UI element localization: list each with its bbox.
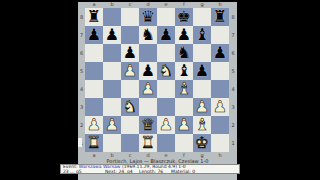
black-bishop-f5: ♝ [177, 62, 191, 80]
square-a8: ♜ [85, 8, 103, 26]
coord-label: 3 [229, 98, 237, 116]
black-pawn-d5: ♟ [141, 62, 155, 80]
material-balance: Material: 0 [171, 170, 195, 174]
square-c2 [121, 116, 139, 134]
square-b1 [103, 134, 121, 152]
square-f3 [175, 98, 193, 116]
black-knight-f6: ♞ [177, 44, 191, 62]
square-g4 [193, 80, 211, 98]
square-e2: ♟ [157, 116, 175, 134]
square-g8 [193, 8, 211, 26]
white-king-g1: ♚ [195, 134, 209, 152]
square-e5: ♞ [157, 62, 175, 80]
square-a7: ♟ [85, 26, 103, 44]
letterbox-left [0, 0, 78, 180]
coord-label: 5 [78, 62, 85, 80]
square-f2: ♟ [175, 116, 193, 134]
square-h2 [211, 116, 229, 134]
square-a6 [85, 44, 103, 62]
square-f4: ♝ [175, 80, 193, 98]
square-a1: ♜ [85, 134, 103, 152]
square-a5 [85, 62, 103, 80]
black-king-f8: ♚ [177, 8, 191, 26]
square-e8 [157, 8, 175, 26]
coord-label: b [103, 1, 121, 8]
coord-label: 8 [78, 8, 85, 26]
square-e4 [157, 80, 175, 98]
square-d5: ♟ [139, 62, 157, 80]
square-c1 [121, 134, 139, 152]
square-e3 [157, 98, 175, 116]
square-g1: ♚ [193, 134, 211, 152]
coord-label: 3 [78, 98, 85, 116]
square-g7: ♝ [193, 26, 211, 44]
coord-label: 7 [229, 26, 237, 44]
square-b6 [103, 44, 121, 62]
square-c6: ♟ [121, 44, 139, 62]
square-c3: ♞ [121, 98, 139, 116]
square-f6: ♞ [175, 44, 193, 62]
white-pawn-a2: ♟ [87, 116, 101, 134]
square-b2: ♟ [103, 116, 121, 134]
square-f7: ♟ [175, 26, 193, 44]
square-b3 [103, 98, 121, 116]
white-pawn-c5: ♟ [123, 62, 137, 80]
square-d1: ♜ [139, 134, 157, 152]
square-c5: ♟ [121, 62, 139, 80]
game-info-bar: Event: Warszawa Warsaw (1969.11.29, Roun… [60, 164, 240, 174]
white-pawn-d4: ♟ [141, 80, 155, 98]
coord-label: 8 [229, 8, 237, 26]
square-h5 [211, 62, 229, 80]
square-g5: ♟ [193, 62, 211, 80]
white-bishop-f4: ♝ [177, 80, 191, 98]
coord-label: 4 [229, 80, 237, 98]
square-e1 [157, 134, 175, 152]
square-h1 [211, 134, 229, 152]
square-b4 [103, 80, 121, 98]
rank-labels-left: 87654321 [78, 8, 85, 152]
coord-label: c [121, 1, 139, 8]
next-move: Next: 24. g4 [105, 170, 139, 174]
black-pawn-h6: ♟ [213, 44, 227, 62]
black-bishop-g7: ♝ [195, 26, 209, 44]
square-b5 [103, 62, 121, 80]
white-rook-d1: ♜ [141, 134, 155, 152]
coord-label: 6 [78, 44, 85, 62]
viewer-panel: abcdefgh 87654321 ♜♛♚♜♟♟♞♟♟♝♟♞♟♟♟♞♝♟♟♝♞♟… [78, 0, 237, 180]
black-rook-a8: ♜ [87, 8, 101, 26]
square-d7: ♞ [139, 26, 157, 44]
square-f8: ♚ [175, 8, 193, 26]
board: ♜♛♚♜♟♟♞♟♟♝♟♞♟♟♟♞♝♟♟♝♞♟♟♟♟♛♟♟♝♜♜♚ [85, 8, 229, 152]
square-h8: ♜ [211, 8, 229, 26]
black-pawn-f7: ♟ [177, 26, 191, 44]
square-a4 [85, 80, 103, 98]
coord-label: 4 [78, 80, 85, 98]
square-d6 [139, 44, 157, 62]
white-pawn-f2: ♟ [177, 116, 191, 134]
coord-label: e [157, 1, 175, 8]
coord-label: 2 [78, 116, 85, 134]
coord-label: 1 [229, 134, 237, 152]
black-rook-h8: ♜ [213, 8, 227, 26]
square-b8 [103, 8, 121, 26]
black-knight-d7: ♞ [141, 26, 155, 44]
coord-label: h [211, 1, 229, 8]
white-pawn-g3: ♟ [195, 98, 209, 116]
square-d3 [139, 98, 157, 116]
status-line: 23 ... g5 Next: 24. g4 Length: 76 Materi… [63, 170, 237, 174]
rank-labels-right: 87654321 [229, 8, 237, 152]
coord-label: a [85, 1, 103, 8]
black-pawn-c6: ♟ [123, 44, 137, 62]
square-f5: ♝ [175, 62, 193, 80]
square-g6 [193, 44, 211, 62]
square-f1 [175, 134, 193, 152]
white-pawn-b2: ♟ [105, 116, 119, 134]
white-pawn-e2: ♟ [159, 116, 173, 134]
square-d4: ♟ [139, 80, 157, 98]
square-d2: ♛ [139, 116, 157, 134]
square-e7: ♟ [157, 26, 175, 44]
black-pawn-b7: ♟ [105, 26, 119, 44]
coord-label: g [193, 1, 211, 8]
edge-notch [78, 138, 82, 147]
coord-label: 7 [78, 26, 85, 44]
square-h7 [211, 26, 229, 44]
coord-label: 2 [229, 116, 237, 134]
square-a2: ♟ [85, 116, 103, 134]
coord-label: 6 [229, 44, 237, 62]
square-g2: ♝ [193, 116, 211, 134]
black-queen-d8: ♛ [141, 8, 155, 26]
last-move: 23 ... g5 [63, 170, 105, 174]
square-h3: ♟ [211, 98, 229, 116]
white-rook-a1: ♜ [87, 134, 101, 152]
square-e6 [157, 44, 175, 62]
coord-label: f [175, 1, 193, 8]
black-pawn-a7: ♟ [87, 26, 101, 44]
square-g3: ♟ [193, 98, 211, 116]
square-c4 [121, 80, 139, 98]
square-c7 [121, 26, 139, 44]
letterbox-right [237, 0, 320, 180]
white-queen-d2: ♛ [141, 116, 155, 134]
white-pawn-h3: ♟ [213, 98, 227, 116]
square-b7: ♟ [103, 26, 121, 44]
file-labels-top: abcdefgh [85, 1, 229, 8]
white-bishop-g2: ♝ [195, 116, 209, 134]
black-pawn-g5: ♟ [195, 62, 209, 80]
square-c8 [121, 8, 139, 26]
square-h6: ♟ [211, 44, 229, 62]
white-knight-e5: ♞ [159, 62, 173, 80]
white-knight-c3: ♞ [123, 98, 137, 116]
square-a3 [85, 98, 103, 116]
square-d8: ♛ [139, 8, 157, 26]
coord-label: 5 [229, 62, 237, 80]
black-pawn-e7: ♟ [159, 26, 173, 44]
square-h4 [211, 80, 229, 98]
game-length: Length: 76 [139, 170, 171, 174]
coord-label: d [139, 1, 157, 8]
